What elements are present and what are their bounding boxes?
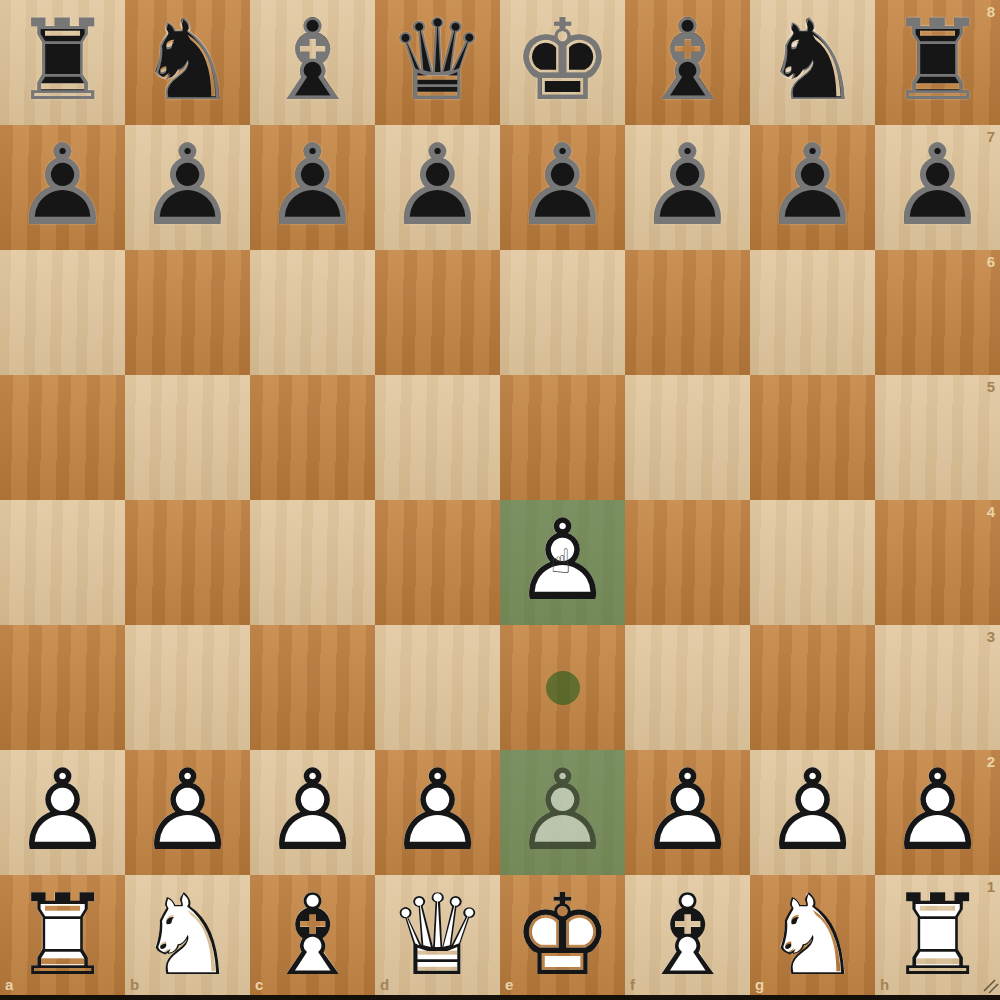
- piece-black-pawn[interactable]: ♟♙: [375, 125, 500, 250]
- piece-black-pawn[interactable]: ♟♙: [875, 125, 1000, 250]
- square-b7[interactable]: ♟♙: [125, 125, 250, 250]
- square-a2[interactable]: ♟♙: [0, 750, 125, 875]
- square-a5[interactable]: [0, 375, 125, 500]
- piece-black-pawn[interactable]: ♟♙: [0, 125, 125, 250]
- piece-black-bishop[interactable]: ♝♗: [625, 0, 750, 125]
- board-resize-handle-icon[interactable]: [981, 976, 999, 994]
- white-pawn-outline: ♙: [625, 750, 750, 875]
- white-bishop-outline: ♗: [625, 875, 750, 1000]
- square-e3[interactable]: [500, 625, 625, 750]
- square-g6[interactable]: [750, 250, 875, 375]
- piece-white-pawn[interactable]: ♟♙: [750, 750, 875, 875]
- square-d5[interactable]: [375, 375, 500, 500]
- square-f2[interactable]: ♟♙: [625, 750, 750, 875]
- black-pawn-outline: ♙: [500, 125, 625, 250]
- square-h2[interactable]: ♟♙: [875, 750, 1000, 875]
- white-pawn-outline: ♙: [250, 750, 375, 875]
- square-h3[interactable]: [875, 625, 1000, 750]
- square-a8[interactable]: ♜♖: [0, 0, 125, 125]
- rank-label-6: 6: [987, 254, 995, 269]
- piece-black-knight[interactable]: ♞♘: [125, 0, 250, 125]
- white-knight-outline: ♘: [750, 875, 875, 1000]
- square-a7[interactable]: ♟♙: [0, 125, 125, 250]
- piece-white-queen[interactable]: ♛♕: [375, 875, 500, 1000]
- black-king-outline: ♔: [500, 0, 625, 125]
- square-a6[interactable]: [0, 250, 125, 375]
- square-b1[interactable]: ♞♘: [125, 875, 250, 1000]
- chess-board: ♜♖♞♘♝♗♛♕♚♔♝♗♞♘♜♖♟♙♟♙♟♙♟♙♟♙♟♙♟♙♟♙♟♙☝♟♙♟♙♟…: [0, 0, 1000, 1000]
- square-h5[interactable]: [875, 375, 1000, 500]
- square-h8[interactable]: ♜♖: [875, 0, 1000, 125]
- rank-label-8: 8: [987, 4, 995, 19]
- black-pawn-outline: ♙: [250, 125, 375, 250]
- square-e6[interactable]: [500, 250, 625, 375]
- move-dest-dot-e3[interactable]: [546, 671, 580, 705]
- black-bishop-outline: ♗: [250, 0, 375, 125]
- black-pawn-outline: ♙: [875, 125, 1000, 250]
- square-g3[interactable]: [750, 625, 875, 750]
- piece-white-pawn[interactable]: ♟♙: [625, 750, 750, 875]
- square-f7[interactable]: ♟♙: [625, 125, 750, 250]
- square-d3[interactable]: [375, 625, 500, 750]
- square-f1[interactable]: ♝♗: [625, 875, 750, 1000]
- square-d4[interactable]: [375, 500, 500, 625]
- white-bishop-outline: ♗: [250, 875, 375, 1000]
- square-c5[interactable]: [250, 375, 375, 500]
- file-label-g: g: [755, 977, 764, 992]
- piece-white-bishop[interactable]: ♝♗: [250, 875, 375, 1000]
- square-c7[interactable]: ♟♙: [250, 125, 375, 250]
- black-pawn-outline: ♙: [750, 125, 875, 250]
- square-e1[interactable]: ♚♔: [500, 875, 625, 1000]
- white-pawn-outline: ♙: [875, 750, 1000, 875]
- rank-label-7: 7: [987, 129, 995, 144]
- square-h4[interactable]: [875, 500, 1000, 625]
- square-h7[interactable]: ♟♙: [875, 125, 1000, 250]
- square-e2[interactable]: ♟♙: [500, 750, 625, 875]
- square-g5[interactable]: [750, 375, 875, 500]
- piece-black-queen[interactable]: ♛♕: [375, 0, 500, 125]
- piece-white-pawn[interactable]: ♟♙: [0, 750, 125, 875]
- piece-white-bishop[interactable]: ♝♗: [625, 875, 750, 1000]
- white-rook-outline: ♖: [0, 875, 125, 1000]
- square-f6[interactable]: [625, 250, 750, 375]
- square-b8[interactable]: ♞♘: [125, 0, 250, 125]
- black-knight-outline: ♘: [125, 0, 250, 125]
- rank-label-5: 5: [987, 379, 995, 394]
- file-label-h: h: [880, 977, 889, 992]
- square-a4[interactable]: [0, 500, 125, 625]
- rank-label-2: 2: [987, 754, 995, 769]
- square-g7[interactable]: ♟♙: [750, 125, 875, 250]
- square-a1[interactable]: ♜♖: [0, 875, 125, 1000]
- piece-white-knight[interactable]: ♞♘: [750, 875, 875, 1000]
- piece-white-rook[interactable]: ♜♖: [0, 875, 125, 1000]
- square-b3[interactable]: [125, 625, 250, 750]
- square-b5[interactable]: [125, 375, 250, 500]
- black-bishop-outline: ♗: [625, 0, 750, 125]
- white-pawn-outline: ♙: [125, 750, 250, 875]
- square-c8[interactable]: ♝♗: [250, 0, 375, 125]
- piece-black-pawn[interactable]: ♟♙: [625, 125, 750, 250]
- piece-white-pawn-ghost[interactable]: ♟♙: [500, 750, 625, 875]
- white-pawn-outline: ♙: [500, 750, 625, 875]
- square-g2[interactable]: ♟♙: [750, 750, 875, 875]
- piece-black-knight[interactable]: ♞♘: [750, 0, 875, 125]
- square-g8[interactable]: ♞♘: [750, 0, 875, 125]
- black-pawn-outline: ♙: [375, 125, 500, 250]
- piece-black-king[interactable]: ♚♔: [500, 0, 625, 125]
- square-a3[interactable]: [0, 625, 125, 750]
- square-c1[interactable]: ♝♗: [250, 875, 375, 1000]
- file-label-a: a: [5, 977, 13, 992]
- white-pawn-outline: ♙: [375, 750, 500, 875]
- white-pawn-outline: ♙: [750, 750, 875, 875]
- square-c2[interactable]: ♟♙: [250, 750, 375, 875]
- piece-white-pawn[interactable]: ♟♙: [250, 750, 375, 875]
- white-knight-outline: ♘: [125, 875, 250, 1000]
- black-pawn-outline: ♙: [125, 125, 250, 250]
- piece-black-pawn[interactable]: ♟♙: [125, 125, 250, 250]
- piece-white-pawn[interactable]: ♟♙: [375, 750, 500, 875]
- piece-black-pawn[interactable]: ♟♙: [500, 125, 625, 250]
- piece-white-pawn[interactable]: ♟♙: [125, 750, 250, 875]
- square-e7[interactable]: ♟♙: [500, 125, 625, 250]
- square-e8[interactable]: ♚♔: [500, 0, 625, 125]
- rank-label-1: 1: [987, 879, 995, 894]
- piece-white-knight[interactable]: ♞♘: [125, 875, 250, 1000]
- square-d6[interactable]: [375, 250, 500, 375]
- black-knight-outline: ♘: [750, 0, 875, 125]
- square-f3[interactable]: [625, 625, 750, 750]
- file-label-c: c: [255, 977, 263, 992]
- square-b4[interactable]: [125, 500, 250, 625]
- square-c4[interactable]: [250, 500, 375, 625]
- square-f8[interactable]: ♝♗: [625, 0, 750, 125]
- square-g1[interactable]: ♞♘: [750, 875, 875, 1000]
- square-e4[interactable]: ♟♙☝: [500, 500, 625, 625]
- file-label-b: b: [130, 977, 139, 992]
- piece-white-king[interactable]: ♚♔: [500, 875, 625, 1000]
- piece-black-rook[interactable]: ♜♖: [875, 0, 1000, 125]
- file-label-e: e: [505, 977, 513, 992]
- white-queen-outline: ♕: [375, 875, 500, 1000]
- square-d7[interactable]: ♟♙: [375, 125, 500, 250]
- square-d8[interactable]: ♛♕: [375, 0, 500, 125]
- black-queen-outline: ♕: [375, 0, 500, 125]
- piece-black-rook[interactable]: ♜♖: [0, 0, 125, 125]
- square-c6[interactable]: [250, 250, 375, 375]
- piece-white-pawn[interactable]: ♟♙: [875, 750, 1000, 875]
- rank-label-4: 4: [987, 504, 995, 519]
- pointing-hand-cursor-icon: ☝: [550, 544, 571, 578]
- square-f4[interactable]: [625, 500, 750, 625]
- black-pawn-outline: ♙: [625, 125, 750, 250]
- file-label-d: d: [380, 977, 389, 992]
- square-e5[interactable]: [500, 375, 625, 500]
- piece-black-pawn[interactable]: ♟♙: [250, 125, 375, 250]
- square-h6[interactable]: [875, 250, 1000, 375]
- bottom-border-strip: [0, 995, 1000, 1000]
- black-rook-outline: ♖: [875, 0, 1000, 125]
- square-b6[interactable]: [125, 250, 250, 375]
- white-king-outline: ♔: [500, 875, 625, 1000]
- square-g4[interactable]: [750, 500, 875, 625]
- square-b2[interactable]: ♟♙: [125, 750, 250, 875]
- white-pawn-outline: ♙: [0, 750, 125, 875]
- piece-black-bishop[interactable]: ♝♗: [250, 0, 375, 125]
- black-rook-outline: ♖: [0, 0, 125, 125]
- square-d2[interactable]: ♟♙: [375, 750, 500, 875]
- piece-black-pawn[interactable]: ♟♙: [750, 125, 875, 250]
- square-f5[interactable]: [625, 375, 750, 500]
- square-c3[interactable]: [250, 625, 375, 750]
- rank-label-3: 3: [987, 629, 995, 644]
- file-label-f: f: [630, 977, 635, 992]
- black-pawn-outline: ♙: [0, 125, 125, 250]
- square-d1[interactable]: ♛♕: [375, 875, 500, 1000]
